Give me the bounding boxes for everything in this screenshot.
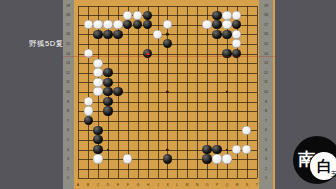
stone-white-R15[interactable] (232, 39, 241, 48)
row-coordinate-label: 8 (67, 109, 69, 113)
stone-black-P4[interactable] (212, 145, 221, 154)
stone-black-F17[interactable] (123, 20, 132, 29)
column-coordinate-label: M (186, 183, 189, 187)
stone-black-E10[interactable] (113, 87, 122, 96)
row-coordinate-label: 9 (67, 100, 69, 104)
row-coordinate-label: 19 (66, 4, 70, 8)
stone-white-C3[interactable] (93, 154, 102, 163)
screen: 野狐5D复盘 ▲ 1919181817171616151514141313121… (0, 0, 336, 189)
stone-black-D12[interactable] (103, 68, 112, 77)
row-coordinate-label: 2 (67, 167, 69, 171)
stone-black-B7[interactable] (84, 116, 93, 125)
stone-black-O4[interactable] (202, 145, 211, 154)
stone-white-B8[interactable] (84, 106, 93, 115)
column-coordinate-label: E (117, 183, 119, 187)
column-coordinate-label: O (206, 183, 209, 187)
stone-white-G18[interactable] (133, 11, 142, 20)
stone-white-P3[interactable] (212, 154, 221, 163)
row-coordinate-label: 18 (263, 13, 267, 17)
row-coordinate-label: 4 (67, 148, 69, 152)
stone-black-C6[interactable] (93, 126, 102, 135)
row-coordinate-label: 5 (264, 138, 266, 142)
stone-black-H17[interactable] (143, 20, 152, 29)
row-coordinate-label: 6 (67, 128, 69, 132)
video-scanline-artifact (63, 56, 275, 57)
stone-white-S6[interactable] (242, 126, 251, 135)
row-coordinate-label: 1 (67, 176, 69, 180)
stone-black-G17[interactable] (133, 20, 142, 29)
row-coordinate-label: 11 (66, 80, 70, 84)
row-coordinate-label: 17 (263, 23, 267, 27)
row-coordinate-label: 13 (66, 61, 70, 65)
row-coordinate-label: 2 (264, 167, 266, 171)
stone-white-S4[interactable] (242, 145, 251, 154)
row-coordinate-label: 5 (67, 138, 69, 142)
column-coordinate-label: T (256, 183, 258, 187)
stone-white-K17[interactable] (163, 20, 172, 29)
row-coordinate-label: 14 (66, 52, 70, 56)
row-coordinate-label: 3 (264, 157, 266, 161)
column-coordinate-label: G (136, 183, 139, 187)
row-coordinate-label: 11 (264, 80, 268, 84)
column-coordinate-label: C (97, 183, 100, 187)
row-coordinate-label: 15 (66, 42, 70, 46)
stone-white-R4[interactable] (232, 145, 241, 154)
stone-black-P17[interactable] (212, 20, 221, 29)
stone-white-B9[interactable] (84, 97, 93, 106)
stone-white-J16[interactable] (153, 30, 162, 39)
board-intersections[interactable]: ▲ (73, 1, 261, 183)
stone-white-C11[interactable] (93, 78, 102, 87)
row-coordinate-label: 18 (66, 13, 70, 17)
stone-white-C17[interactable] (93, 20, 102, 29)
go-board[interactable]: ▲ 19191818171716161515141413131212111110… (63, 0, 275, 189)
column-coordinate-label: B (87, 183, 89, 187)
row-coordinate-label: 10 (66, 90, 70, 94)
logo-small-character: 王 (331, 170, 336, 179)
stone-black-P18[interactable] (212, 11, 221, 20)
row-coordinate-label: 16 (66, 32, 70, 36)
row-coordinate-label: 16 (263, 32, 267, 36)
row-coordinate-label: 12 (66, 71, 70, 75)
stone-black-C5[interactable] (93, 135, 102, 144)
stone-white-D17[interactable] (103, 20, 112, 29)
stone-white-F3[interactable] (123, 154, 132, 163)
column-coordinate-label: R (236, 183, 239, 187)
row-coordinate-label: 9 (264, 100, 266, 104)
stone-black-K3[interactable] (163, 154, 172, 163)
stone-white-R16[interactable] (232, 30, 241, 39)
column-coordinate-label: F (127, 183, 129, 187)
stone-black-E16[interactable] (113, 30, 122, 39)
stone-black-C16[interactable] (93, 30, 102, 39)
column-coordinate-label: Q (226, 183, 229, 187)
stone-black-O3[interactable] (202, 154, 211, 163)
stone-white-R18[interactable] (232, 11, 241, 20)
row-coordinate-label: 17 (66, 23, 70, 27)
stone-black-D11[interactable] (103, 78, 112, 87)
row-coordinate-label: 7 (67, 119, 69, 123)
row-coordinate-label: 8 (264, 109, 266, 113)
stone-black-D10[interactable] (103, 87, 112, 96)
stone-black-K15[interactable] (163, 39, 172, 48)
logo-white-disc: 白 王 (310, 152, 336, 180)
column-coordinate-label: N (196, 183, 199, 187)
logo-inner-character: 白 (317, 157, 332, 176)
column-coordinate-label: J (157, 183, 159, 187)
stone-white-F18[interactable] (123, 11, 132, 20)
row-coordinate-label: 10 (263, 90, 267, 94)
stone-black-D16[interactable] (103, 30, 112, 39)
row-coordinate-label: 1 (264, 176, 266, 180)
stone-white-C12[interactable] (93, 68, 102, 77)
column-coordinate-label: P (216, 183, 218, 187)
column-coordinate-label: A (77, 183, 79, 187)
stone-white-O17[interactable] (202, 20, 211, 29)
row-coordinate-label: 6 (264, 128, 266, 132)
row-coordinate-label: 3 (67, 157, 69, 161)
stone-black-C4[interactable] (93, 145, 102, 154)
stone-white-C10[interactable] (93, 87, 102, 96)
column-coordinate-label: K (166, 183, 168, 187)
column-coordinate-label: H (146, 183, 149, 187)
column-coordinate-label: D (107, 183, 110, 187)
column-coordinate-label: S (246, 183, 248, 187)
row-coordinate-label: 14 (263, 52, 267, 56)
row-coordinate-label: 7 (264, 119, 266, 123)
row-coordinate-label: 4 (264, 148, 266, 152)
channel-logo: 南 白 王 (293, 136, 336, 184)
stone-white-Q18[interactable] (222, 11, 231, 20)
stone-black-D9[interactable] (103, 97, 112, 106)
stone-black-H18[interactable] (143, 11, 152, 20)
column-coordinate-label: L (176, 183, 178, 187)
stone-white-B17[interactable] (84, 20, 93, 29)
row-coordinate-label: 19 (263, 4, 267, 8)
stone-white-Q3[interactable] (222, 154, 231, 163)
stone-black-D8[interactable] (103, 106, 112, 115)
stone-white-C13[interactable] (93, 59, 102, 68)
row-coordinate-label: 13 (263, 61, 267, 65)
row-coordinate-label: 12 (263, 71, 267, 75)
stone-black-R17[interactable] (232, 20, 241, 29)
stone-black-P16[interactable] (212, 30, 221, 39)
stone-white-Q17[interactable] (222, 20, 231, 29)
stone-black-Q16[interactable] (222, 30, 231, 39)
stone-white-E17[interactable] (113, 20, 122, 29)
row-coordinate-label: 15 (263, 42, 267, 46)
